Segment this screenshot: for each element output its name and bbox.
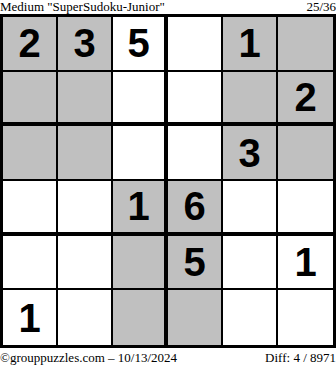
footer: ©grouppuzzles.com – 10/13/2024 Diff: 4 /… (0, 351, 336, 365)
cell-r1c2[interactable]: 3 (58, 17, 113, 72)
cell-r2c4[interactable] (168, 72, 223, 127)
cell-r6c5[interactable] (223, 290, 278, 345)
cell-r3c4[interactable] (168, 126, 223, 181)
cell-r4c1[interactable] (3, 181, 58, 236)
cell-r5c6[interactable]: 1 (278, 236, 333, 291)
cell-r1c5[interactable]: 1 (223, 17, 278, 72)
empty-count: 25/36 (306, 0, 336, 13)
cell-r6c2[interactable] (58, 290, 113, 345)
cell-r6c4[interactable] (168, 290, 223, 345)
cell-r4c4[interactable]: 6 (168, 181, 223, 236)
cell-r6c3[interactable] (113, 290, 168, 345)
cell-r2c2[interactable] (58, 72, 113, 127)
cell-r3c6[interactable] (278, 126, 333, 181)
cell-r2c3[interactable] (113, 72, 168, 127)
puzzle-grid: 23512316511 (0, 14, 336, 348)
cell-r4c6[interactable] (278, 181, 333, 236)
cell-r3c3[interactable] (113, 126, 168, 181)
header: Medium "SuperSudoku-Junior" 25/36 (0, 0, 336, 14)
cell-r5c3[interactable] (113, 236, 168, 291)
cell-r5c5[interactable] (223, 236, 278, 291)
cell-r1c4[interactable] (168, 17, 223, 72)
puzzle-title: Medium "SuperSudoku-Junior" (0, 0, 165, 13)
cell-r3c2[interactable] (58, 126, 113, 181)
cell-r1c1[interactable]: 2 (3, 17, 58, 72)
cell-r1c6[interactable] (278, 17, 333, 72)
cell-r5c1[interactable] (3, 236, 58, 291)
cell-r2c1[interactable] (3, 72, 58, 127)
cell-r4c5[interactable] (223, 181, 278, 236)
cell-r4c3[interactable]: 1 (113, 181, 168, 236)
cell-r6c6[interactable] (278, 290, 333, 345)
cell-r3c5[interactable]: 3 (223, 126, 278, 181)
cell-r5c2[interactable] (58, 236, 113, 291)
cell-r5c4[interactable]: 5 (168, 236, 223, 291)
cell-r3c1[interactable] (3, 126, 58, 181)
cell-r6c1[interactable]: 1 (3, 290, 58, 345)
footer-difficulty: Diff: 4 / 8971 (265, 351, 336, 365)
cell-r4c2[interactable] (58, 181, 113, 236)
cell-r1c3[interactable]: 5 (113, 17, 168, 72)
cell-r2c6[interactable]: 2 (278, 72, 333, 127)
footer-copyright: ©grouppuzzles.com – 10/13/2024 (0, 351, 177, 365)
cell-r2c5[interactable] (223, 72, 278, 127)
